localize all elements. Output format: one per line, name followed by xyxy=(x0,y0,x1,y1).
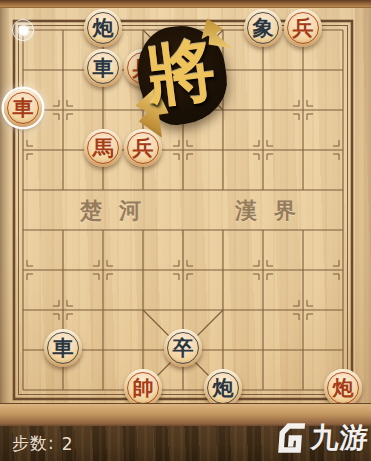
piece-glyph: 兵 xyxy=(133,137,154,158)
move-counter: 步数: 2 xyxy=(12,432,74,455)
xiangqi-app: 楚河 漢界 炮象兵車兵將車馬兵車卒帥炮炮 將 步数: 2 九游 xyxy=(0,0,371,461)
piece-glyph: 車 xyxy=(13,97,34,118)
piece-glyph: 兵 xyxy=(293,17,314,38)
jiuyou-watermark: 九游 xyxy=(274,416,370,460)
piece-black-elephant[interactable]: 象 xyxy=(244,9,282,47)
piece-glyph: 炮 xyxy=(333,377,354,398)
river-label-chu-he: 楚河 xyxy=(80,196,158,226)
check-banner: 將 xyxy=(128,18,234,136)
move-counter-value: 2 xyxy=(62,434,74,454)
last-move-from-marker xyxy=(12,19,34,41)
piece-glyph: 炮 xyxy=(93,17,114,38)
piece-glyph: 帥 xyxy=(133,377,154,398)
piece-red-general[interactable]: 帥 xyxy=(124,369,162,407)
move-counter-label: 步数: xyxy=(12,432,55,455)
check-banner-text: 將 xyxy=(142,24,221,123)
piece-glyph: 車 xyxy=(53,337,74,358)
piece-black-chariot[interactable]: 車 xyxy=(44,329,82,367)
piece-glyph: 炮 xyxy=(213,377,234,398)
piece-red-horse[interactable]: 馬 xyxy=(84,129,122,167)
jiuyou-logo-icon xyxy=(275,421,311,455)
piece-glyph: 馬 xyxy=(93,137,114,158)
piece-black-cannon[interactable]: 炮 xyxy=(84,9,122,47)
piece-glyph: 車 xyxy=(93,57,114,78)
xiangqi-board[interactable]: 楚河 漢界 炮象兵車兵將車馬兵車卒帥炮炮 將 xyxy=(0,0,371,425)
piece-glyph: 卒 xyxy=(173,337,194,358)
piece-red-chariot[interactable]: 車 xyxy=(4,89,42,127)
jiuyou-watermark-text: 九游 xyxy=(310,419,371,457)
piece-glyph: 象 xyxy=(253,17,274,38)
piece-black-cannon[interactable]: 炮 xyxy=(204,369,242,407)
piece-red-soldier[interactable]: 兵 xyxy=(284,9,322,47)
piece-red-cannon[interactable]: 炮 xyxy=(324,369,362,407)
river-label-han-jie: 漢界 xyxy=(235,196,313,226)
piece-black-soldier[interactable]: 卒 xyxy=(164,329,202,367)
piece-black-chariot[interactable]: 車 xyxy=(84,49,122,87)
